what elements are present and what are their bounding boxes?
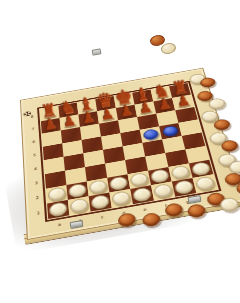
white-checker-a1[interactable]: [49, 201, 68, 217]
square-c3[interactable]: [85, 164, 107, 182]
file-label-e: e: [134, 205, 156, 213]
square-e3[interactable]: [125, 157, 148, 175]
brown-checker-loose-16[interactable]: [186, 203, 207, 219]
rank-label-4: 4: [31, 161, 40, 176]
brown-checker-loose-8[interactable]: [220, 139, 240, 153]
white-checker-g2[interactable]: [170, 165, 191, 180]
white-checker-c1[interactable]: [90, 194, 110, 210]
rank-label-3: 3: [32, 175, 41, 191]
rank-label-5: 5: [30, 148, 39, 163]
white-checker-b1[interactable]: [70, 198, 89, 214]
white-checker-e1[interactable]: [132, 187, 152, 203]
rank-label-6: 6: [29, 135, 38, 149]
white-checker-d1[interactable]: [111, 190, 131, 206]
white-checker-d2[interactable]: [109, 176, 129, 192]
folding-box: ✠ ♜♞♝♛♚♝♞♜♟♟♟♟♟♟♟♟ abcdefgh87654321: [0, 26, 240, 249]
rank-label-2: 2: [33, 190, 42, 206]
white-checker-loose-4[interactable]: [207, 97, 227, 110]
square-g3[interactable]: [165, 149, 189, 167]
file-label-c: c: [91, 213, 113, 222]
rank-label-1: 1: [34, 204, 43, 221]
brown-checker-loose-11[interactable]: [223, 172, 240, 187]
square-d3[interactable]: [105, 160, 128, 178]
square-h3[interactable]: [185, 146, 209, 164]
square-g5[interactable]: [159, 123, 182, 140]
square-b2[interactable]: [66, 181, 88, 199]
brown-checker-loose-2[interactable]: [199, 77, 217, 89]
white-checker-h1[interactable]: [194, 176, 215, 192]
white-checker-g1[interactable]: [174, 179, 195, 195]
blue-checker-f5[interactable]: [142, 128, 159, 140]
square-e2[interactable]: [128, 171, 151, 189]
brown-checker-loose-6[interactable]: [213, 118, 232, 131]
square-a2[interactable]: [46, 185, 68, 204]
square-c6[interactable]: [80, 124, 101, 140]
square-e6[interactable]: [118, 117, 140, 133]
red-pawn-g7[interactable]: ♟: [154, 96, 176, 114]
file-label-a: a: [49, 220, 71, 229]
chess-board: ✠ ♜♞♝♛♚♝♞♜♟♟♟♟♟♟♟♟ abcdefgh87654321: [20, 68, 240, 240]
product-photo-scene: ✠ ♜♞♝♛♚♝♞♜♟♟♟♟♟♟♟♟ abcdefgh87654321: [0, 0, 240, 303]
white-checker-f1[interactable]: [153, 183, 174, 199]
square-h2[interactable]: [189, 160, 214, 178]
